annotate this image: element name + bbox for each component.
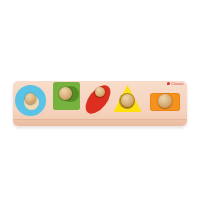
piece-oval[interactable] [81, 80, 116, 117]
puzzle-slot-oval [83, 81, 118, 126]
circle-knob[interactable] [25, 93, 36, 104]
product-photo: Classic [0, 0, 200, 200]
classic-logo-icon [167, 82, 170, 85]
puzzle-slot-square [48, 81, 83, 126]
triangle-knob[interactable] [121, 94, 134, 107]
square-knob[interactable] [59, 87, 72, 100]
classic-brand-logo: Classic [167, 81, 184, 86]
puzzle-slot-triangle [117, 81, 152, 126]
puzzle-slot-circle [13, 81, 48, 126]
puzzle-board: Classic [13, 81, 187, 126]
puzzle-slot-rectangle [152, 81, 187, 126]
classic-logo-text: Classic [171, 82, 184, 86]
